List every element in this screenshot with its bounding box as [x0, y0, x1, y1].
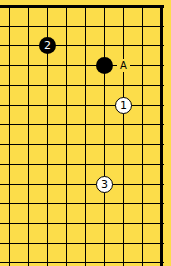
grid-line-vertical — [123, 5, 124, 266]
grid-line-horizontal — [0, 203, 164, 204]
grid-line-vertical — [85, 5, 86, 266]
grid-line-horizontal — [0, 45, 164, 46]
grid-line-horizontal — [0, 223, 164, 224]
go-board-diagram: A213 — [0, 0, 171, 266]
board-top-edge — [0, 5, 164, 8]
grid-line-horizontal — [0, 144, 164, 145]
grid-line-vertical — [104, 5, 105, 266]
board-right-edge — [160, 5, 163, 266]
black-stone — [96, 57, 113, 74]
grid-line-horizontal — [0, 105, 164, 106]
grid-line-horizontal — [0, 164, 164, 165]
grid-line-vertical — [28, 5, 29, 266]
grid-line-vertical — [142, 5, 143, 266]
grid-line-horizontal — [0, 65, 164, 66]
black-stone-2: 2 — [39, 37, 56, 54]
grid-line-vertical — [9, 5, 10, 266]
point-label-a-marker: A — [117, 59, 130, 72]
grid-line-horizontal — [0, 26, 164, 27]
grid-line-horizontal — [0, 184, 164, 185]
go-board: A213 — [0, 0, 171, 266]
white-stone-1: 1 — [115, 97, 132, 114]
grid-line-horizontal — [0, 85, 164, 86]
grid-line-horizontal — [0, 262, 164, 263]
grid-line-horizontal — [0, 124, 164, 125]
grid-line-horizontal — [0, 243, 164, 244]
white-stone-3: 3 — [96, 176, 113, 193]
grid-line-vertical — [66, 5, 67, 266]
